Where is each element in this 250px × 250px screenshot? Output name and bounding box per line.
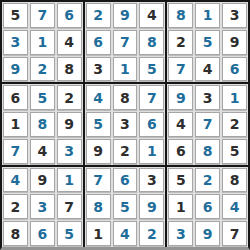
cell-r1c7[interactable]: 8	[168, 3, 193, 28]
cell-r2c8[interactable]: 5	[195, 30, 220, 55]
cell-r5c1[interactable]: 1	[3, 112, 28, 137]
cell-r6c4[interactable]: 9	[86, 139, 111, 164]
cell-r5c5[interactable]: 3	[113, 112, 138, 137]
cell-r5c9[interactable]: 2	[222, 112, 247, 137]
cell-r6c1[interactable]: 7	[3, 139, 28, 164]
cell-r4c6[interactable]: 7	[139, 85, 164, 110]
sudoku-board: 5763149282946783158132597466521897434875…	[0, 0, 250, 250]
cell-r3c1[interactable]: 9	[3, 57, 28, 82]
cell-r3c3[interactable]: 8	[57, 57, 82, 82]
cell-r1c8[interactable]: 1	[195, 3, 220, 28]
cell-r3c4[interactable]: 3	[86, 57, 111, 82]
cell-r2c4[interactable]: 6	[86, 30, 111, 55]
cell-r7c1[interactable]: 4	[3, 168, 28, 193]
box-3: 813259746	[167, 2, 248, 82]
cell-r1c5[interactable]: 9	[113, 3, 138, 28]
cell-r9c8[interactable]: 9	[195, 221, 220, 246]
cell-r2c3[interactable]: 4	[57, 30, 82, 55]
cell-r6c7[interactable]: 6	[168, 139, 193, 164]
cell-r7c8[interactable]: 2	[195, 168, 220, 193]
cell-r1c1[interactable]: 5	[3, 3, 28, 28]
cell-r4c5[interactable]: 8	[113, 85, 138, 110]
cell-r3c9[interactable]: 6	[222, 57, 247, 82]
cell-r4c4[interactable]: 4	[86, 85, 111, 110]
cell-r9c2[interactable]: 6	[30, 221, 55, 246]
cell-r6c8[interactable]: 8	[195, 139, 220, 164]
cell-r6c5[interactable]: 2	[113, 139, 138, 164]
cell-r8c5[interactable]: 5	[113, 194, 138, 219]
cell-r2c5[interactable]: 7	[113, 30, 138, 55]
cell-r7c2[interactable]: 9	[30, 168, 55, 193]
box-4: 652189743	[2, 84, 83, 164]
cell-r8c8[interactable]: 6	[195, 194, 220, 219]
cell-r6c3[interactable]: 3	[57, 139, 82, 164]
cell-r9c4[interactable]: 1	[86, 221, 111, 246]
cell-r4c3[interactable]: 2	[57, 85, 82, 110]
cell-r8c3[interactable]: 7	[57, 194, 82, 219]
cell-r4c1[interactable]: 6	[3, 85, 28, 110]
cell-r5c4[interactable]: 5	[86, 112, 111, 137]
cell-r6c2[interactable]: 4	[30, 139, 55, 164]
cell-r2c9[interactable]: 9	[222, 30, 247, 55]
cell-r4c9[interactable]: 1	[222, 85, 247, 110]
box-8: 763859142	[85, 167, 166, 247]
cell-r7c4[interactable]: 7	[86, 168, 111, 193]
cell-r9c6[interactable]: 2	[139, 221, 164, 246]
cell-r2c6[interactable]: 8	[139, 30, 164, 55]
cell-r4c2[interactable]: 5	[30, 85, 55, 110]
cell-r2c7[interactable]: 2	[168, 30, 193, 55]
cell-r4c8[interactable]: 3	[195, 85, 220, 110]
cell-r5c6[interactable]: 6	[139, 112, 164, 137]
cell-r5c3[interactable]: 9	[57, 112, 82, 137]
cell-r7c9[interactable]: 8	[222, 168, 247, 193]
cell-r9c9[interactable]: 7	[222, 221, 247, 246]
cell-r3c5[interactable]: 1	[113, 57, 138, 82]
cell-r9c5[interactable]: 4	[113, 221, 138, 246]
box-6: 931472685	[167, 84, 248, 164]
box-2: 294678315	[85, 2, 166, 82]
cell-r1c3[interactable]: 6	[57, 3, 82, 28]
cell-r1c6[interactable]: 4	[139, 3, 164, 28]
cell-r6c9[interactable]: 5	[222, 139, 247, 164]
box-5: 487536921	[85, 84, 166, 164]
cell-r9c7[interactable]: 3	[168, 221, 193, 246]
cell-r6c6[interactable]: 1	[139, 139, 164, 164]
cell-r8c2[interactable]: 3	[30, 194, 55, 219]
cell-r2c1[interactable]: 3	[3, 30, 28, 55]
cell-r9c1[interactable]: 8	[3, 221, 28, 246]
cell-r5c7[interactable]: 4	[168, 112, 193, 137]
box-1: 576314928	[2, 2, 83, 82]
cell-r8c4[interactable]: 8	[86, 194, 111, 219]
cell-r9c3[interactable]: 5	[57, 221, 82, 246]
cell-r5c8[interactable]: 7	[195, 112, 220, 137]
cell-r5c2[interactable]: 8	[30, 112, 55, 137]
cell-r7c6[interactable]: 3	[139, 168, 164, 193]
cell-r1c4[interactable]: 2	[86, 3, 111, 28]
cell-r7c3[interactable]: 1	[57, 168, 82, 193]
box-7: 491237865	[2, 167, 83, 247]
cell-r2c2[interactable]: 1	[30, 30, 55, 55]
box-9: 528164397	[167, 167, 248, 247]
cell-r3c6[interactable]: 5	[139, 57, 164, 82]
cell-r1c9[interactable]: 3	[222, 3, 247, 28]
cell-r3c7[interactable]: 7	[168, 57, 193, 82]
cell-r8c9[interactable]: 4	[222, 194, 247, 219]
cell-r8c6[interactable]: 9	[139, 194, 164, 219]
cell-r4c7[interactable]: 9	[168, 85, 193, 110]
cell-r7c7[interactable]: 5	[168, 168, 193, 193]
cell-r8c1[interactable]: 2	[3, 194, 28, 219]
cell-r3c2[interactable]: 2	[30, 57, 55, 82]
cell-r7c5[interactable]: 6	[113, 168, 138, 193]
cell-r3c8[interactable]: 4	[195, 57, 220, 82]
cell-r1c2[interactable]: 7	[30, 3, 55, 28]
cell-r8c7[interactable]: 1	[168, 194, 193, 219]
